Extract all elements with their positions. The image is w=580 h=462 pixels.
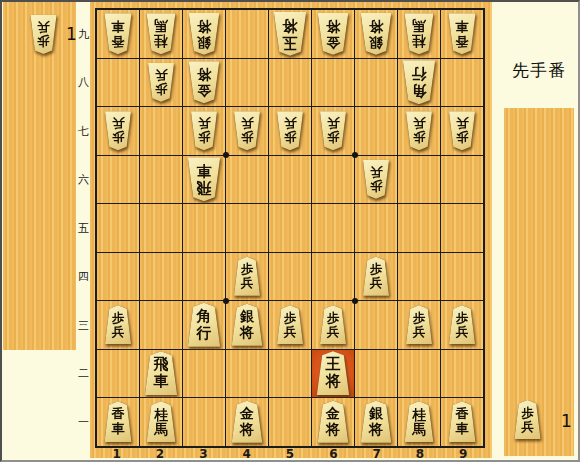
rank-label: 二	[76, 366, 91, 381]
shogi-piece-香車: 香車	[103, 401, 133, 442]
shogi-piece-歩兵: 歩兵	[405, 111, 434, 150]
shogi-piece-香車: 香車	[103, 13, 133, 54]
rank-label: 九	[76, 27, 91, 42]
board-cell	[183, 204, 225, 252]
shogi-piece-香車: 香車	[447, 13, 477, 54]
board-cell: 歩兵	[97, 107, 139, 155]
board-cell	[269, 156, 311, 204]
board-cell	[269, 59, 311, 107]
board-cell	[140, 204, 182, 252]
board-cell: 金将	[312, 10, 354, 58]
board-cell	[355, 204, 397, 252]
board-cell	[312, 204, 354, 252]
board-cell	[441, 350, 483, 398]
board-cell: 桂馬	[398, 398, 440, 446]
rank-label: 七	[76, 124, 91, 139]
board-cell: 歩兵	[398, 301, 440, 349]
star-point	[352, 152, 358, 158]
shogi-piece-歩兵: 歩兵	[276, 111, 305, 150]
rank-label: 三	[76, 318, 91, 333]
board-cell	[312, 59, 354, 107]
shogi-piece-桂馬: 桂馬	[145, 13, 177, 54]
board-cell	[226, 156, 268, 204]
shogi-piece-角行: 角行	[186, 303, 222, 347]
board-cell: 香車	[441, 10, 483, 58]
board-cell: 角行	[398, 59, 440, 107]
board-cell: 王将	[312, 350, 354, 398]
board-cell	[226, 10, 268, 58]
board-cell	[398, 204, 440, 252]
turn-indicator: 先手番	[504, 59, 574, 82]
shogi-piece-王将: 王将	[315, 351, 351, 395]
board-cell: 歩兵	[312, 107, 354, 155]
board-cell	[140, 107, 182, 155]
shogi-piece-銀将: 銀将	[359, 401, 393, 443]
bottom-player-hand-tray: 歩兵 1	[504, 108, 574, 456]
board-cell	[398, 253, 440, 301]
rank-label: 六	[76, 172, 91, 187]
board-cell	[97, 204, 139, 252]
shogi-piece-飛車: 飛車	[186, 157, 222, 201]
board-cell	[183, 398, 225, 446]
shogi-piece-歩兵: 歩兵	[104, 305, 133, 344]
hand-piece-pawn-bottom: 歩兵	[513, 400, 542, 439]
board-cell: 歩兵	[226, 253, 268, 301]
board-cell	[398, 156, 440, 204]
shogi-piece-歩兵: 歩兵	[362, 257, 391, 296]
shogi-piece-銀将: 銀将	[359, 13, 393, 55]
shogi-piece-歩兵: 歩兵	[319, 305, 348, 344]
board-cell: 銀将	[226, 301, 268, 349]
board-cell: 銀将	[355, 398, 397, 446]
board-cell: 歩兵	[269, 107, 311, 155]
board-cell	[441, 59, 483, 107]
board-grid: 香車桂馬銀将玉将金将銀将桂馬香車歩兵金将角行歩兵歩兵歩兵歩兵歩兵歩兵歩兵飛車歩兵…	[95, 8, 485, 448]
board-cell	[97, 156, 139, 204]
shogi-piece-金将: 金将	[316, 401, 350, 443]
shogi-piece-歩兵: 歩兵	[448, 305, 477, 344]
file-label: 9	[442, 448, 485, 460]
star-point	[223, 298, 229, 304]
shogi-piece-桂馬: 桂馬	[403, 13, 435, 54]
board-cell: 香車	[97, 10, 139, 58]
board-cell	[140, 156, 182, 204]
shogi-kifu-viewer: 歩兵 1 九八七六五四三二一 香車桂馬銀将玉将金将銀将桂馬香車歩兵金将角行歩兵歩…	[0, 0, 580, 462]
shogi-piece-金将: 金将	[316, 13, 350, 55]
board-cell	[140, 301, 182, 349]
board-cell: 角行	[183, 301, 225, 349]
shogi-piece-玉将: 玉将	[272, 12, 308, 56]
shogi-piece-金将: 金将	[230, 401, 264, 443]
shogi-piece-歩兵: 歩兵	[190, 111, 219, 150]
top-player-hand-tray: 歩兵 1	[3, 2, 76, 350]
file-label: 4	[225, 448, 268, 460]
board-cell: 飛車	[183, 156, 225, 204]
board-cell: 玉将	[269, 10, 311, 58]
shogi-piece-銀将: 銀将	[230, 304, 264, 346]
board-cell: 歩兵	[398, 107, 440, 155]
board-cell: 歩兵	[183, 107, 225, 155]
file-labels: 123456789	[95, 448, 485, 460]
board-cell: 桂馬	[140, 10, 182, 58]
board-cell	[355, 59, 397, 107]
board-cell: 歩兵	[441, 107, 483, 155]
board-cell	[226, 59, 268, 107]
board-cell: 歩兵	[441, 301, 483, 349]
shogi-piece-歩兵: 歩兵	[233, 257, 262, 296]
shogi-piece-歩兵: 歩兵	[147, 63, 176, 102]
board-cell	[269, 350, 311, 398]
file-label: 7	[355, 448, 398, 460]
rank-label: 八	[76, 75, 91, 90]
board-cell: 香車	[441, 398, 483, 446]
shogi-piece-歩兵: 歩兵	[233, 111, 262, 150]
board-cell	[312, 156, 354, 204]
board-cell: 香車	[97, 398, 139, 446]
shogi-piece-香車: 香車	[447, 401, 477, 442]
file-label: 5	[268, 448, 311, 460]
board-cell	[355, 350, 397, 398]
star-point	[223, 152, 229, 158]
shogi-piece-歩兵: 歩兵	[362, 160, 391, 199]
board-cell	[97, 350, 139, 398]
board-cell: 歩兵	[226, 107, 268, 155]
shogi-piece-桂馬: 桂馬	[403, 401, 435, 442]
board-cell: 歩兵	[97, 301, 139, 349]
file-label: 1	[95, 448, 138, 460]
board-cell: 歩兵	[355, 253, 397, 301]
board-cell	[312, 253, 354, 301]
board-cell	[269, 204, 311, 252]
board-cell: 金将	[183, 59, 225, 107]
board-cell	[441, 204, 483, 252]
board-cell	[183, 350, 225, 398]
rank-label: 四	[76, 269, 91, 284]
board-cell: 桂馬	[398, 10, 440, 58]
board-cell	[441, 156, 483, 204]
board-cell	[140, 253, 182, 301]
shogi-piece-角行: 角行	[401, 60, 437, 104]
board-cell: 歩兵	[269, 301, 311, 349]
shogi-piece-歩兵: 歩兵	[104, 111, 133, 150]
board-cell: 歩兵	[312, 301, 354, 349]
board-cell: 銀将	[355, 10, 397, 58]
board-cell	[398, 350, 440, 398]
shogi-piece-歩兵: 歩兵	[405, 305, 434, 344]
shogi-piece-飛車: 飛車	[143, 351, 179, 395]
file-label: 8	[398, 448, 441, 460]
board-cell	[269, 398, 311, 446]
board-cell	[97, 253, 139, 301]
rank-label: 一	[76, 415, 91, 430]
rank-label: 五	[76, 221, 91, 236]
rank-labels: 九八七六五四三二一	[76, 2, 91, 458]
board-cell	[441, 253, 483, 301]
file-label: 2	[138, 448, 181, 460]
file-label: 6	[312, 448, 355, 460]
board-cell	[355, 301, 397, 349]
board-cell: 金将	[226, 398, 268, 446]
board-cell	[183, 253, 225, 301]
file-label: 3	[182, 448, 225, 460]
board-cell	[269, 253, 311, 301]
board-cell: 飛車	[140, 350, 182, 398]
board-cell	[226, 204, 268, 252]
board-cell: 桂馬	[140, 398, 182, 446]
board-cell: 歩兵	[355, 156, 397, 204]
board-cell: 銀将	[183, 10, 225, 58]
star-point	[352, 298, 358, 304]
hand-piece-pawn-top: 歩兵	[29, 15, 58, 54]
board-cell: 金将	[312, 398, 354, 446]
board-cell	[97, 59, 139, 107]
shogi-piece-桂馬: 桂馬	[145, 401, 177, 442]
shogi-piece-歩兵: 歩兵	[319, 111, 348, 150]
hand-count-bottom: 1	[561, 411, 572, 431]
board-cell: 歩兵	[140, 59, 182, 107]
shogi-piece-銀将: 銀将	[187, 13, 221, 55]
board-area: 香車桂馬銀将玉将金将銀将桂馬香車歩兵金将角行歩兵歩兵歩兵歩兵歩兵歩兵歩兵飛車歩兵…	[90, 2, 492, 458]
shogi-piece-歩兵: 歩兵	[513, 400, 542, 439]
shogi-piece-歩兵: 歩兵	[29, 15, 58, 54]
shogi-piece-歩兵: 歩兵	[448, 111, 477, 150]
shogi-piece-金将: 金将	[187, 61, 221, 103]
board-cell	[355, 107, 397, 155]
shogi-piece-歩兵: 歩兵	[276, 305, 305, 344]
board-cell	[226, 350, 268, 398]
